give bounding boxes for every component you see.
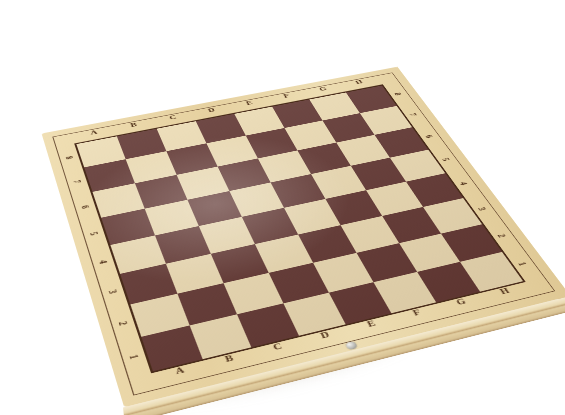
piece-black-rook: ♜ (361, 95, 394, 109)
piece-black-bishop: ♝ (284, 107, 322, 124)
piece-black-pawn: ♟ (182, 156, 213, 170)
photo-background: ABCDEFGH ABCDEFGH 87654321 87654321 ♜♞♝♚… (0, 0, 565, 415)
piece-black-pawn: ♟ (302, 133, 331, 146)
piece-black-pawn: ♟ (140, 164, 172, 178)
piece-black-pawn: ♟ (98, 172, 131, 186)
piece-black-pawn: ♟ (223, 148, 253, 162)
piece-black-pawn: ♟ (340, 125, 369, 138)
piece-black-rook: ♜ (88, 147, 125, 163)
piece-black-bishop: ♝ (167, 129, 207, 146)
piece-black-knight: ♞ (128, 138, 165, 154)
piece-black-pawn: ♟ (377, 118, 406, 131)
piece-black-pawn: ♟ (263, 140, 292, 153)
chess-board: ABCDEFGH ABCDEFGH 87654321 87654321 ♜♞♝♚… (42, 67, 565, 408)
pieces-layer: ♜♞♝♚♛♝♞♜♟♟♟♟♟♟♟♟♟♟♟♟♟♟♟♟♜♞♝♚♛♝♞♜ (42, 67, 398, 134)
scene: ABCDEFGH ABCDEFGH 87654321 87654321 ♜♞♝♚… (0, 0, 565, 415)
piece-black-king: ♚ (202, 117, 251, 138)
piece-black-knight: ♞ (324, 101, 358, 116)
